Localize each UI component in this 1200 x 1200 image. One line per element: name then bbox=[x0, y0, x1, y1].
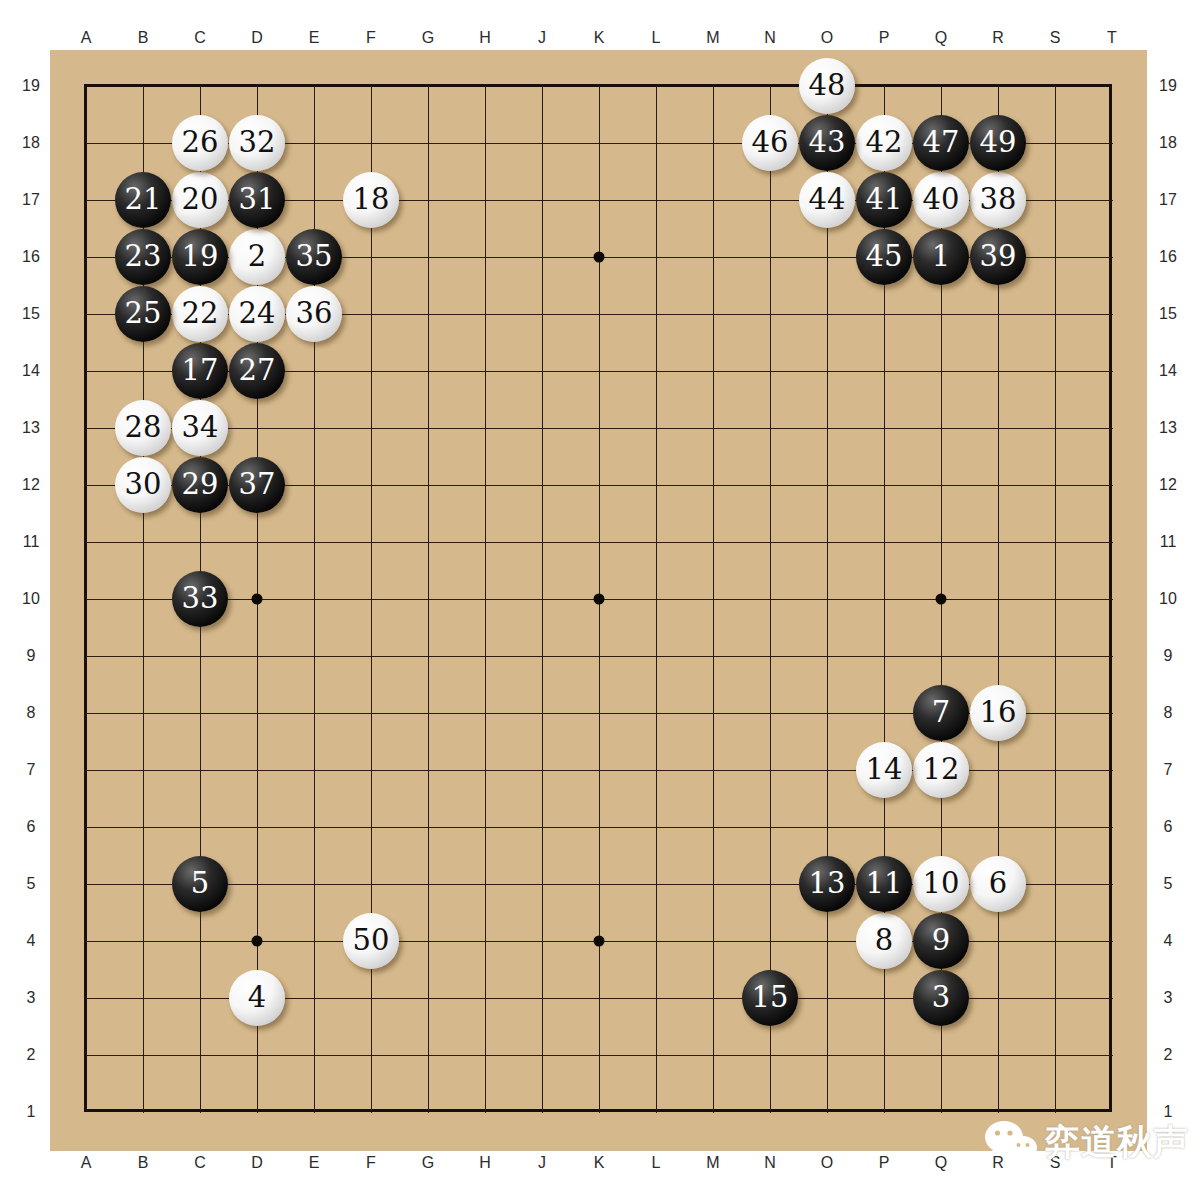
coord-label-right-15: 15 bbox=[1151, 305, 1185, 323]
stone-move-number: 44 bbox=[809, 185, 846, 216]
stone-white-2-d16[interactable]: 2 bbox=[229, 229, 285, 285]
coord-label-right-5: 5 bbox=[1151, 875, 1185, 893]
coord-label-left-10: 10 bbox=[14, 590, 48, 608]
coord-label-left-11: 11 bbox=[14, 533, 48, 551]
stone-move-number: 3 bbox=[932, 983, 950, 1014]
stone-black-31-d17[interactable]: 31 bbox=[229, 172, 285, 228]
stone-black-23-b16[interactable]: 23 bbox=[115, 229, 171, 285]
stone-black-41-p17[interactable]: 41 bbox=[856, 172, 912, 228]
coord-label-right-4: 4 bbox=[1151, 932, 1185, 950]
coord-label-top-h: H bbox=[468, 29, 502, 47]
coord-label-top-n: N bbox=[753, 29, 787, 47]
coord-label-bottom-n: N bbox=[753, 1154, 787, 1172]
coord-label-left-17: 17 bbox=[14, 191, 48, 209]
star-point-d10 bbox=[252, 594, 263, 605]
stone-move-number: 43 bbox=[809, 128, 846, 159]
watermark-text: 弈道秋声 bbox=[1045, 1119, 1189, 1166]
stone-black-13-o5[interactable]: 13 bbox=[799, 856, 855, 912]
stone-move-number: 50 bbox=[353, 926, 390, 957]
stone-move-number: 33 bbox=[182, 584, 219, 615]
stone-white-46-n18[interactable]: 46 bbox=[742, 115, 798, 171]
coord-label-top-o: O bbox=[810, 29, 844, 47]
coord-label-top-f: F bbox=[354, 29, 388, 47]
stone-move-number: 20 bbox=[182, 185, 219, 216]
stone-white-6-r5[interactable]: 6 bbox=[970, 856, 1026, 912]
star-point-q10 bbox=[936, 594, 947, 605]
coord-label-top-s: S bbox=[1038, 29, 1072, 47]
stone-black-45-p16[interactable]: 45 bbox=[856, 229, 912, 285]
star-point-k10 bbox=[594, 594, 605, 605]
coord-label-right-8: 8 bbox=[1151, 704, 1185, 722]
go-diagram-page: 1234567891011121314151617181920212223242… bbox=[0, 0, 1200, 1200]
coord-label-right-9: 9 bbox=[1151, 647, 1185, 665]
stone-white-36-e15[interactable]: 36 bbox=[286, 286, 342, 342]
stone-move-number: 42 bbox=[866, 128, 903, 159]
stone-black-25-b15[interactable]: 25 bbox=[115, 286, 171, 342]
stone-move-number: 12 bbox=[923, 755, 960, 786]
coord-label-right-18: 18 bbox=[1151, 134, 1185, 152]
stone-move-number: 45 bbox=[866, 242, 903, 273]
stone-black-17-c14[interactable]: 17 bbox=[172, 343, 228, 399]
stone-move-number: 4 bbox=[248, 983, 266, 1014]
stone-move-number: 31 bbox=[239, 185, 276, 216]
stone-black-47-q18[interactable]: 47 bbox=[913, 115, 969, 171]
stone-white-16-r8[interactable]: 16 bbox=[970, 685, 1026, 741]
stone-move-number: 19 bbox=[182, 242, 219, 273]
coord-label-top-c: C bbox=[183, 29, 217, 47]
coord-label-right-12: 12 bbox=[1151, 476, 1185, 494]
coord-label-right-3: 3 bbox=[1151, 989, 1185, 1007]
stone-move-number: 1 bbox=[932, 242, 950, 273]
grid-line-vertical bbox=[827, 86, 828, 1113]
stone-move-number: 32 bbox=[239, 128, 276, 159]
stone-move-number: 26 bbox=[182, 128, 219, 159]
stone-white-48-o19[interactable]: 48 bbox=[799, 58, 855, 114]
stone-move-number: 13 bbox=[809, 869, 846, 900]
coord-label-right-2: 2 bbox=[1151, 1046, 1185, 1064]
stone-black-15-n3[interactable]: 15 bbox=[742, 970, 798, 1026]
coord-label-top-k: K bbox=[582, 29, 616, 47]
coord-label-right-6: 6 bbox=[1151, 818, 1185, 836]
stone-move-number: 18 bbox=[353, 185, 390, 216]
stone-move-number: 23 bbox=[125, 242, 162, 273]
stone-move-number: 34 bbox=[182, 413, 219, 444]
coord-label-top-a: A bbox=[69, 29, 103, 47]
stone-black-33-c10[interactable]: 33 bbox=[172, 571, 228, 627]
coord-label-left-15: 15 bbox=[14, 305, 48, 323]
coord-label-left-16: 16 bbox=[14, 248, 48, 266]
stone-move-number: 7 bbox=[932, 698, 950, 729]
stone-move-number: 39 bbox=[980, 242, 1017, 273]
stone-move-number: 25 bbox=[125, 299, 162, 330]
grid-line-vertical bbox=[770, 86, 771, 1113]
stone-white-18-f17[interactable]: 18 bbox=[343, 172, 399, 228]
stone-move-number: 29 bbox=[182, 470, 219, 501]
stone-move-number: 49 bbox=[980, 128, 1017, 159]
stone-move-number: 28 bbox=[125, 413, 162, 444]
stone-white-8-p4[interactable]: 8 bbox=[856, 913, 912, 969]
coord-label-right-11: 11 bbox=[1151, 533, 1185, 551]
coord-label-left-8: 8 bbox=[14, 704, 48, 722]
stone-move-number: 27 bbox=[239, 356, 276, 387]
coord-label-bottom-q: Q bbox=[924, 1154, 958, 1172]
stone-move-number: 46 bbox=[752, 128, 789, 159]
grid-line-horizontal bbox=[86, 1055, 1113, 1056]
coord-label-top-e: E bbox=[297, 29, 331, 47]
stone-white-14-p7[interactable]: 14 bbox=[856, 742, 912, 798]
stone-white-20-c17[interactable]: 20 bbox=[172, 172, 228, 228]
coord-label-left-4: 4 bbox=[14, 932, 48, 950]
coord-label-top-g: G bbox=[411, 29, 445, 47]
coord-label-bottom-k: K bbox=[582, 1154, 616, 1172]
stone-white-32-d18[interactable]: 32 bbox=[229, 115, 285, 171]
coord-label-bottom-o: O bbox=[810, 1154, 844, 1172]
coord-label-left-5: 5 bbox=[14, 875, 48, 893]
coord-label-bottom-e: E bbox=[297, 1154, 331, 1172]
stone-white-44-o17[interactable]: 44 bbox=[799, 172, 855, 228]
coord-label-top-p: P bbox=[867, 29, 901, 47]
stone-black-5-c5[interactable]: 5 bbox=[172, 856, 228, 912]
coord-label-left-3: 3 bbox=[14, 989, 48, 1007]
coord-label-right-10: 10 bbox=[1151, 590, 1185, 608]
stone-white-10-q5[interactable]: 10 bbox=[913, 856, 969, 912]
stone-black-39-r16[interactable]: 39 bbox=[970, 229, 1026, 285]
stone-black-3-q3[interactable]: 3 bbox=[913, 970, 969, 1026]
coord-label-top-r: R bbox=[981, 29, 1015, 47]
stone-white-28-b13[interactable]: 28 bbox=[115, 400, 171, 456]
coord-label-right-7: 7 bbox=[1151, 761, 1185, 779]
stone-black-21-b17[interactable]: 21 bbox=[115, 172, 171, 228]
coord-label-top-j: J bbox=[525, 29, 559, 47]
coord-label-left-14: 14 bbox=[14, 362, 48, 380]
coord-label-left-9: 9 bbox=[14, 647, 48, 665]
coord-label-bottom-b: B bbox=[126, 1154, 160, 1172]
stone-move-number: 24 bbox=[239, 299, 276, 330]
coord-label-top-b: B bbox=[126, 29, 160, 47]
coord-label-left-18: 18 bbox=[14, 134, 48, 152]
stone-black-43-o18[interactable]: 43 bbox=[799, 115, 855, 171]
stone-move-number: 48 bbox=[809, 71, 846, 102]
grid-line-vertical bbox=[713, 86, 714, 1113]
grid-line-vertical bbox=[1055, 86, 1056, 1113]
coord-label-bottom-p: P bbox=[867, 1154, 901, 1172]
stone-move-number: 40 bbox=[923, 185, 960, 216]
stone-black-19-c16[interactable]: 19 bbox=[172, 229, 228, 285]
coord-label-left-6: 6 bbox=[14, 818, 48, 836]
stone-black-37-d12[interactable]: 37 bbox=[229, 457, 285, 513]
stone-move-number: 8 bbox=[875, 926, 893, 957]
coord-label-right-19: 19 bbox=[1151, 77, 1185, 95]
star-point-d4 bbox=[252, 936, 263, 947]
coord-label-left-2: 2 bbox=[14, 1046, 48, 1064]
star-point-k16 bbox=[594, 252, 605, 263]
coord-label-right-13: 13 bbox=[1151, 419, 1185, 437]
grid-line-vertical bbox=[656, 86, 657, 1113]
stone-move-number: 22 bbox=[182, 299, 219, 330]
stone-black-27-d14[interactable]: 27 bbox=[229, 343, 285, 399]
stone-move-number: 35 bbox=[296, 242, 333, 273]
star-point-k4 bbox=[594, 936, 605, 947]
stone-white-26-c18[interactable]: 26 bbox=[172, 115, 228, 171]
stone-move-number: 9 bbox=[932, 926, 950, 957]
stone-move-number: 17 bbox=[182, 356, 219, 387]
stone-move-number: 37 bbox=[239, 470, 276, 501]
coord-label-bottom-m: M bbox=[696, 1154, 730, 1172]
grid-line-horizontal bbox=[86, 827, 1113, 828]
stone-move-number: 30 bbox=[125, 470, 162, 501]
coord-label-left-19: 19 bbox=[14, 77, 48, 95]
stone-move-number: 36 bbox=[296, 299, 333, 330]
stone-move-number: 47 bbox=[923, 128, 960, 159]
coord-label-bottom-d: D bbox=[240, 1154, 274, 1172]
stone-black-49-r18[interactable]: 49 bbox=[970, 115, 1026, 171]
coord-label-bottom-a: A bbox=[69, 1154, 103, 1172]
stone-white-38-r17[interactable]: 38 bbox=[970, 172, 1026, 228]
stone-move-number: 5 bbox=[191, 869, 209, 900]
stone-white-50-f4[interactable]: 50 bbox=[343, 913, 399, 969]
stone-white-42-p18[interactable]: 42 bbox=[856, 115, 912, 171]
stone-white-40-q17[interactable]: 40 bbox=[913, 172, 969, 228]
stone-black-35-e16[interactable]: 35 bbox=[286, 229, 342, 285]
coord-label-top-l: L bbox=[639, 29, 673, 47]
stone-move-number: 10 bbox=[923, 869, 960, 900]
stone-white-30-b12[interactable]: 30 bbox=[115, 457, 171, 513]
coord-label-bottom-j: J bbox=[525, 1154, 559, 1172]
coord-label-right-17: 17 bbox=[1151, 191, 1185, 209]
coord-label-bottom-c: C bbox=[183, 1154, 217, 1172]
stone-move-number: 2 bbox=[248, 242, 266, 273]
coord-label-left-13: 13 bbox=[14, 419, 48, 437]
stone-move-number: 41 bbox=[866, 185, 903, 216]
stone-white-34-c13[interactable]: 34 bbox=[172, 400, 228, 456]
coord-label-right-16: 16 bbox=[1151, 248, 1185, 266]
stone-move-number: 11 bbox=[866, 869, 903, 900]
coord-label-bottom-f: F bbox=[354, 1154, 388, 1172]
stone-move-number: 14 bbox=[866, 755, 903, 786]
stone-white-24-d15[interactable]: 24 bbox=[229, 286, 285, 342]
stone-move-number: 21 bbox=[125, 185, 162, 216]
grid-line-horizontal bbox=[86, 656, 1113, 657]
stone-black-7-q8[interactable]: 7 bbox=[913, 685, 969, 741]
coord-label-top-t: T bbox=[1095, 29, 1129, 47]
watermark: 弈道秋声 bbox=[983, 1118, 1193, 1166]
coord-label-left-1: 1 bbox=[14, 1103, 48, 1121]
stone-white-12-q7[interactable]: 12 bbox=[913, 742, 969, 798]
coord-label-top-d: D bbox=[240, 29, 274, 47]
stone-black-29-c12[interactable]: 29 bbox=[172, 457, 228, 513]
stone-move-number: 38 bbox=[980, 185, 1017, 216]
coord-label-bottom-h: H bbox=[468, 1154, 502, 1172]
stone-white-4-d3[interactable]: 4 bbox=[229, 970, 285, 1026]
coord-label-right-14: 14 bbox=[1151, 362, 1185, 380]
stone-black-9-q4[interactable]: 9 bbox=[913, 913, 969, 969]
stone-white-22-c15[interactable]: 22 bbox=[172, 286, 228, 342]
wechat-icon bbox=[983, 1119, 1039, 1165]
coord-label-bottom-l: L bbox=[639, 1154, 673, 1172]
coord-label-bottom-g: G bbox=[411, 1154, 445, 1172]
stone-move-number: 6 bbox=[989, 869, 1007, 900]
coord-label-left-7: 7 bbox=[14, 761, 48, 779]
stone-move-number: 16 bbox=[980, 698, 1017, 729]
stone-move-number: 15 bbox=[752, 983, 789, 1014]
stone-black-1-q16[interactable]: 1 bbox=[913, 229, 969, 285]
stone-black-11-p5[interactable]: 11 bbox=[856, 856, 912, 912]
coord-label-top-m: M bbox=[696, 29, 730, 47]
coord-label-top-q: Q bbox=[924, 29, 958, 47]
coord-label-left-12: 12 bbox=[14, 476, 48, 494]
